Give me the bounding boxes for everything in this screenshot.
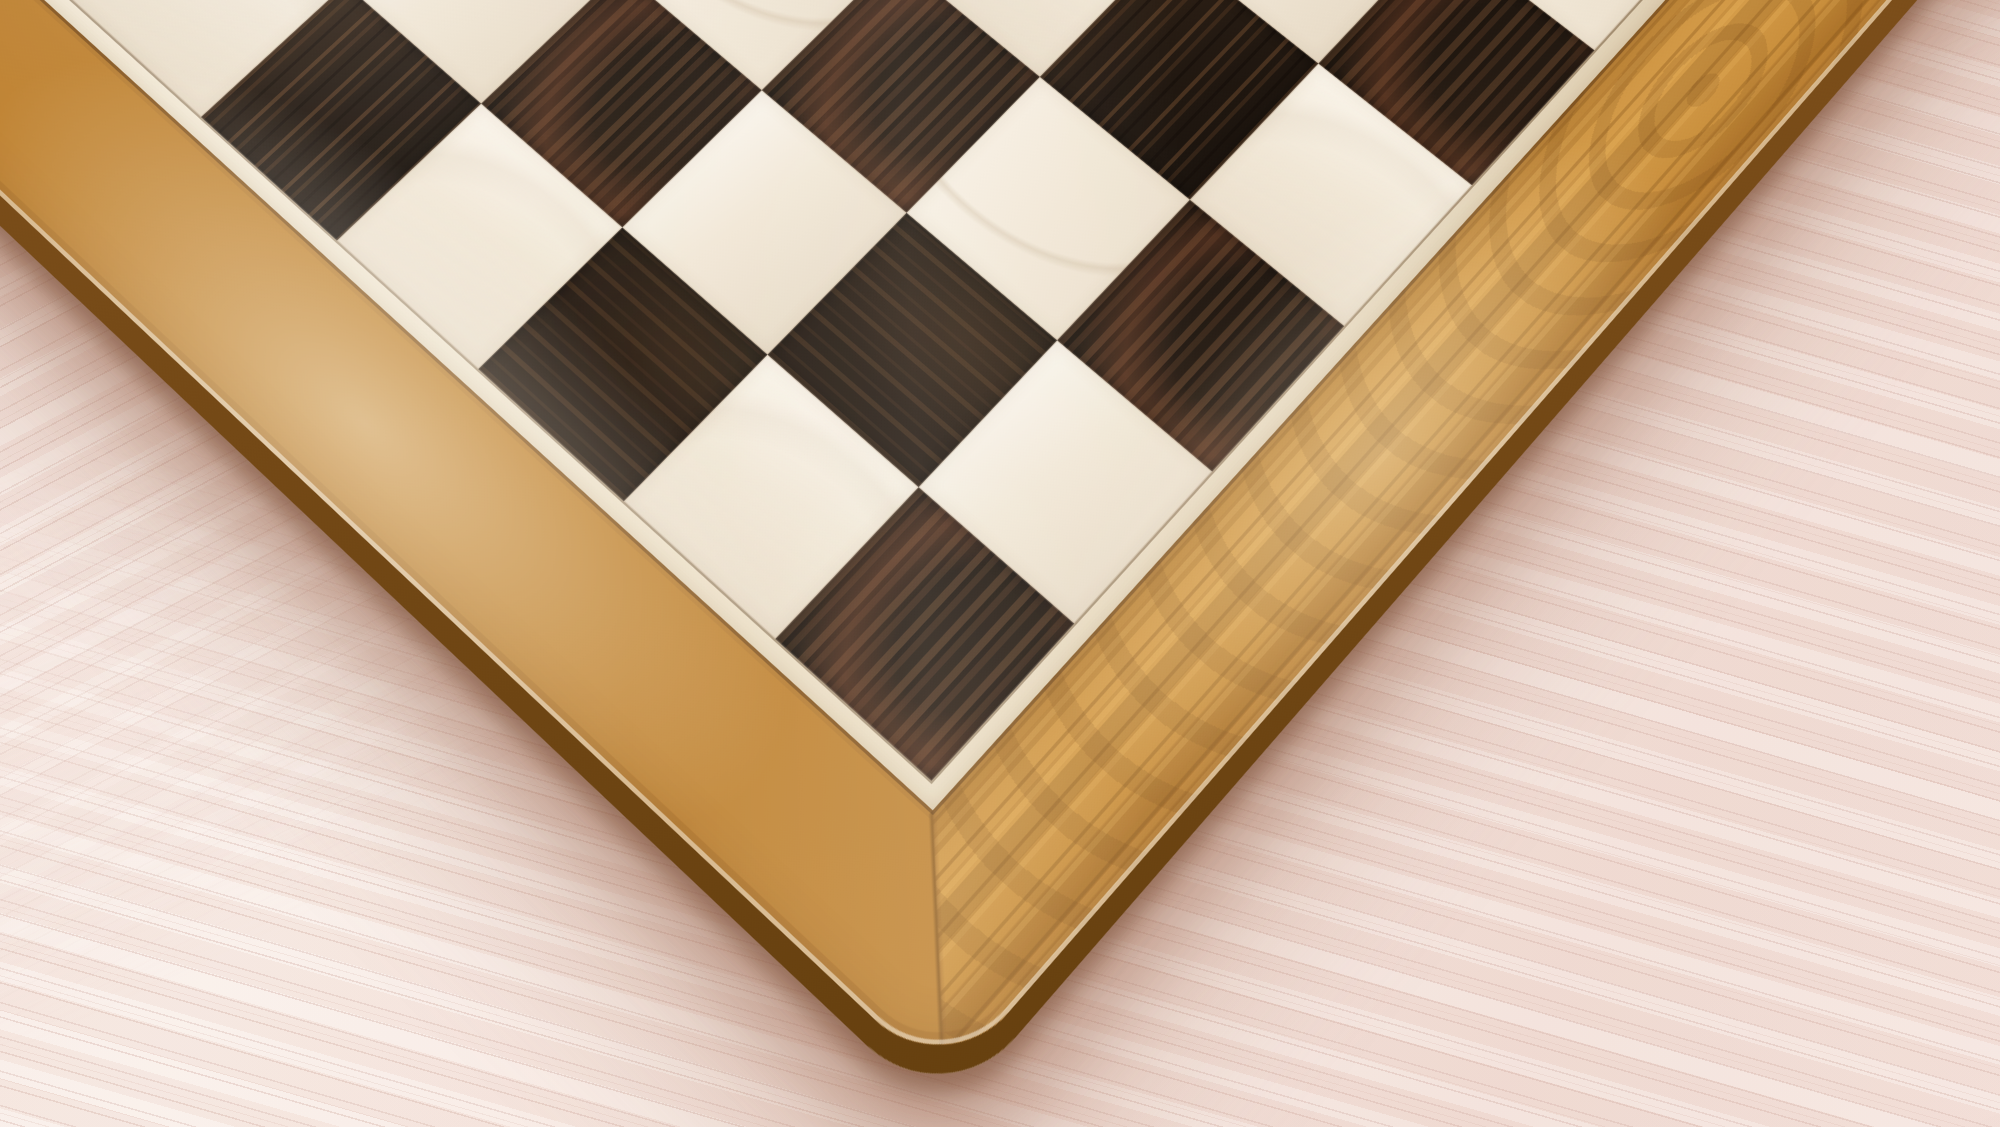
chess-board[interactable] [0,0,2000,1085]
photo-stage [0,0,2000,1127]
board-scene [0,0,2000,1127]
board-3d-wrap [0,0,2000,1085]
